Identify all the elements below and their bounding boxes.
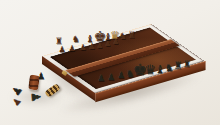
chess-piece-brown-pawn[interactable]: ♟ [58, 46, 65, 54]
chess-piece-dark-pawn[interactable]: ♟ [117, 71, 125, 80]
chess-piece-brown-pawn[interactable]: ♟ [79, 44, 86, 52]
chess-piece-dark-pawn[interactable]: ♟ [37, 72, 45, 81]
chess-piece-dark-knight[interactable]: ♞ [165, 63, 174, 73]
chess-piece-brown-pawn[interactable]: ♟ [68, 45, 75, 53]
chess-piece-brown-pawn[interactable]: ♟ [97, 43, 103, 50]
chess-piece-brown-pawn[interactable]: ♟ [88, 43, 95, 51]
chess-piece-dark-pawn[interactable]: ♟ [97, 74, 105, 83]
chess-piece-dark-bishop[interactable]: ♝ [155, 64, 165, 75]
chess-piece-brown-rook[interactable]: ♜ [128, 31, 136, 40]
chess-piece-green_dark-pawn[interactable]: ♟ [30, 91, 43, 103]
chess-piece-brown-pawn[interactable]: ♟ [11, 96, 23, 108]
chess-piece-dark-rook[interactable]: ♜ [183, 60, 191, 69]
chess-piece-dark-pawn[interactable]: ♟ [107, 73, 115, 82]
chess-piece-brown-pawn[interactable]: ♟ [105, 41, 111, 48]
pieces-layer: ♜♞♝♚♝♛♞♜♟♟♟♟♟♟♟♟♟♟♞♚♛♝♞♜♜♟♟♟♟ [0, 0, 220, 125]
photo-scene: ♜♞♝♚♝♛♞♜♟♟♟♟♟♟♟♟♟♟♞♚♛♝♞♜♜♟♟♟♟ [0, 0, 220, 125]
chess-piece-brown-pawn[interactable]: ♟ [113, 39, 119, 46]
chess-piece-brown-knight[interactable]: ♞ [119, 32, 127, 41]
chess-piece-dark-rook[interactable]: ♜ [174, 61, 183, 71]
